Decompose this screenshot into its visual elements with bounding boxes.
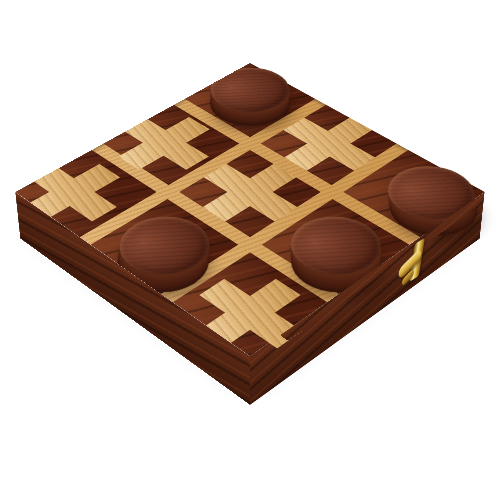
product-photo-scene <box>0 0 500 500</box>
perspective-wrapper <box>0 0 500 500</box>
o-piece[interactable] <box>194 59 305 122</box>
tic-tac-toe-board <box>15 63 485 356</box>
game-box <box>15 63 485 356</box>
